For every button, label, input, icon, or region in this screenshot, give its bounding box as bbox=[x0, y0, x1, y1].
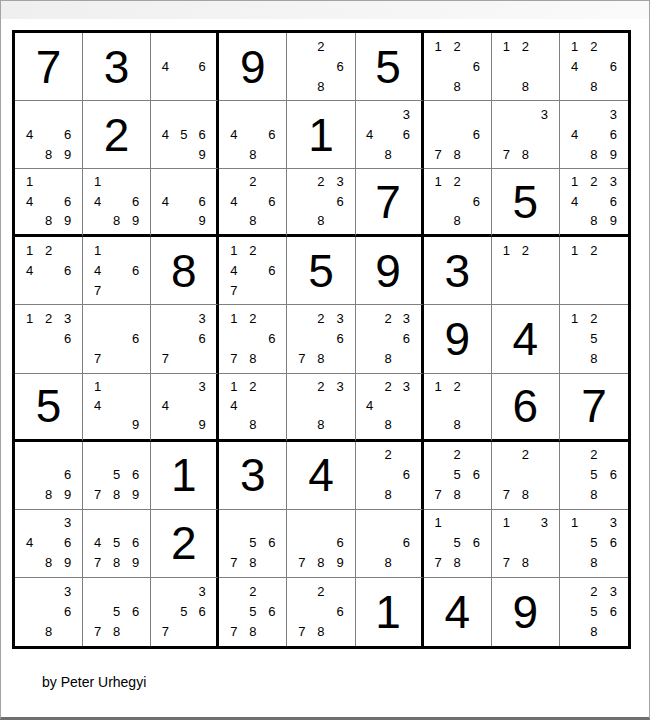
pencil-marks: 13568 bbox=[560, 510, 628, 577]
candidate-5: 5 bbox=[107, 465, 126, 485]
candidate-7 bbox=[361, 485, 379, 505]
candidate-5 bbox=[379, 533, 397, 553]
candidate-1 bbox=[361, 308, 379, 328]
candidate-7 bbox=[20, 553, 39, 573]
candidate-8: 8 bbox=[39, 553, 58, 573]
cell-r5c6[interactable]: 2368 bbox=[356, 305, 424, 373]
pencil-marks: 12678 bbox=[219, 305, 286, 372]
candidate-8 bbox=[175, 622, 193, 642]
pencil-marks: 34689 bbox=[15, 510, 82, 577]
cell-r8c1[interactable]: 34689 bbox=[15, 510, 83, 578]
candidate-8: 8 bbox=[516, 553, 535, 573]
candidate-4: 4 bbox=[20, 260, 39, 280]
cell-r5c8[interactable]: 4 bbox=[492, 305, 560, 373]
cell-r2c3[interactable]: 4569 bbox=[151, 101, 219, 169]
cell-r7c4[interactable]: 3 bbox=[219, 442, 287, 510]
candidate-5 bbox=[107, 192, 126, 211]
candidate-9 bbox=[262, 349, 281, 369]
candidate-6 bbox=[535, 124, 554, 144]
candidate-8: 8 bbox=[379, 144, 397, 164]
candidate-1: 1 bbox=[20, 308, 39, 328]
cell-r4c2[interactable]: 1467 bbox=[83, 237, 151, 305]
candidate-5 bbox=[39, 601, 58, 621]
candidate-1: 1 bbox=[88, 377, 107, 396]
candidate-3 bbox=[126, 581, 145, 601]
candidate-5 bbox=[516, 260, 535, 280]
cell-r1c2[interactable]: 3 bbox=[83, 33, 151, 101]
cell-r9c3[interactable]: 3567 bbox=[151, 578, 219, 646]
cell-r2c7[interactable]: 678 bbox=[424, 101, 492, 169]
candidate-2 bbox=[175, 36, 193, 56]
candidate-9 bbox=[604, 485, 623, 505]
candidate-9: 9 bbox=[193, 415, 211, 434]
candidate-1 bbox=[20, 445, 39, 465]
candidate-3: 3 bbox=[397, 377, 415, 396]
candidate-3 bbox=[535, 240, 554, 260]
cell-r5c3[interactable]: 367 bbox=[151, 305, 219, 373]
candidate-4 bbox=[429, 192, 448, 211]
candidate-2: 2 bbox=[516, 240, 535, 260]
candidate-1 bbox=[497, 445, 516, 465]
cell-r7c2[interactable]: 56789 bbox=[83, 442, 151, 510]
candidate-8 bbox=[175, 349, 193, 369]
candidate-3 bbox=[126, 377, 145, 396]
solved-digit: 1 bbox=[308, 112, 334, 158]
cell-r4c3[interactable]: 8 bbox=[151, 237, 219, 305]
pencil-marks: 1248 bbox=[219, 374, 286, 439]
cell-r8c3[interactable]: 2 bbox=[151, 510, 219, 578]
cell-r8c7[interactable]: 15678 bbox=[424, 510, 492, 578]
candidate-2: 2 bbox=[243, 240, 262, 260]
candidate-1 bbox=[361, 104, 379, 124]
cell-r9c2[interactable]: 5678 bbox=[83, 578, 151, 646]
candidate-9 bbox=[331, 415, 350, 434]
candidate-5: 5 bbox=[175, 601, 193, 621]
cell-r5c1[interactable]: 1236 bbox=[15, 305, 83, 373]
sudoku-page: 7346926851268128124684689245694681346867… bbox=[0, 0, 650, 720]
candidate-9 bbox=[58, 349, 77, 369]
candidate-4: 4 bbox=[88, 533, 107, 553]
cell-r3c6[interactable]: 7 bbox=[356, 169, 424, 237]
cell-r6c1[interactable]: 5 bbox=[15, 374, 83, 442]
cell-r1c6[interactable]: 5 bbox=[356, 33, 424, 101]
candidate-2: 2 bbox=[39, 240, 58, 260]
candidate-2 bbox=[107, 240, 126, 260]
cell-r3c1[interactable]: 14689 bbox=[15, 169, 83, 237]
pencil-marks: 12467 bbox=[219, 237, 286, 304]
cell-r7c7[interactable]: 25678 bbox=[424, 442, 492, 510]
cell-r9c7[interactable]: 4 bbox=[424, 578, 492, 646]
candidate-7: 7 bbox=[292, 553, 311, 573]
candidate-7 bbox=[429, 76, 448, 96]
candidate-8: 8 bbox=[107, 485, 126, 505]
cell-r7c1[interactable]: 689 bbox=[15, 442, 83, 510]
solved-digit: 5 bbox=[375, 44, 401, 90]
candidate-7: 7 bbox=[429, 485, 448, 505]
candidate-3 bbox=[467, 172, 486, 191]
candidate-4 bbox=[20, 328, 39, 348]
candidate-6: 6 bbox=[467, 465, 486, 485]
cell-r9c9[interactable]: 23568 bbox=[560, 578, 628, 646]
candidate-6 bbox=[535, 533, 554, 553]
candidate-9 bbox=[535, 280, 554, 300]
candidate-4: 4 bbox=[20, 124, 39, 144]
cell-r6c3[interactable]: 349 bbox=[151, 374, 219, 442]
cell-r3c2[interactable]: 14689 bbox=[83, 169, 151, 237]
candidate-5: 5 bbox=[584, 601, 603, 621]
candidate-1 bbox=[429, 104, 448, 124]
candidate-8: 8 bbox=[39, 211, 58, 230]
candidate-9 bbox=[604, 622, 623, 642]
candidate-1: 1 bbox=[565, 308, 584, 328]
pencil-marks: 1234689 bbox=[560, 169, 628, 234]
candidate-8: 8 bbox=[243, 144, 262, 164]
candidate-8: 8 bbox=[584, 622, 603, 642]
cell-r8c6[interactable]: 68 bbox=[356, 510, 424, 578]
cell-r9c8[interactable]: 9 bbox=[492, 578, 560, 646]
candidate-3 bbox=[331, 513, 350, 533]
candidate-8: 8 bbox=[311, 76, 330, 96]
cell-r1c7[interactable]: 1268 bbox=[424, 33, 492, 101]
candidate-8: 8 bbox=[39, 144, 58, 164]
cell-r4c6[interactable]: 9 bbox=[356, 237, 424, 305]
cell-r5c4[interactable]: 12678 bbox=[219, 305, 287, 373]
cell-r6c2[interactable]: 149 bbox=[83, 374, 151, 442]
cell-r2c6[interactable]: 3468 bbox=[356, 101, 424, 169]
candidate-4 bbox=[292, 533, 311, 553]
candidate-8: 8 bbox=[516, 76, 535, 96]
candidate-8: 8 bbox=[516, 144, 535, 164]
cell-r2c9[interactable]: 34689 bbox=[560, 101, 628, 169]
cell-r7c9[interactable]: 2568 bbox=[560, 442, 628, 510]
candidate-6: 6 bbox=[604, 465, 623, 485]
candidate-2: 2 bbox=[584, 581, 603, 601]
candidate-6: 6 bbox=[58, 465, 77, 485]
candidate-2: 2 bbox=[584, 445, 603, 465]
candidate-6: 6 bbox=[262, 533, 281, 553]
candidate-2 bbox=[584, 513, 603, 533]
candidate-5: 5 bbox=[584, 533, 603, 553]
candidate-3: 3 bbox=[397, 308, 415, 328]
cell-r7c5[interactable]: 4 bbox=[287, 442, 355, 510]
cell-r7c3[interactable]: 1 bbox=[151, 442, 219, 510]
candidate-6: 6 bbox=[58, 601, 77, 621]
candidate-4: 4 bbox=[156, 396, 174, 415]
candidate-3 bbox=[126, 513, 145, 533]
candidate-6: 6 bbox=[58, 533, 77, 553]
cell-r9c6[interactable]: 1 bbox=[356, 578, 424, 646]
candidate-5 bbox=[107, 260, 126, 280]
pencil-marks: 68 bbox=[356, 510, 421, 577]
candidate-9 bbox=[535, 553, 554, 573]
cell-r3c7[interactable]: 1268 bbox=[424, 169, 492, 237]
candidate-3 bbox=[397, 445, 415, 465]
candidate-9: 9 bbox=[126, 553, 145, 573]
candidate-1: 1 bbox=[224, 377, 243, 396]
candidate-2 bbox=[448, 513, 467, 533]
candidate-8: 8 bbox=[107, 622, 126, 642]
candidate-5: 5 bbox=[107, 601, 126, 621]
candidate-5 bbox=[39, 465, 58, 485]
cell-r6c4[interactable]: 1248 bbox=[219, 374, 287, 442]
cell-r8c2[interactable]: 456789 bbox=[83, 510, 151, 578]
pencil-marks: 23678 bbox=[287, 305, 354, 372]
candidate-7: 7 bbox=[429, 144, 448, 164]
candidate-6: 6 bbox=[604, 56, 623, 76]
candidate-7 bbox=[429, 415, 448, 434]
cell-r5c7[interactable]: 9 bbox=[424, 305, 492, 373]
candidate-3 bbox=[604, 36, 623, 56]
cell-r3c9[interactable]: 1234689 bbox=[560, 169, 628, 237]
candidate-3 bbox=[262, 377, 281, 396]
candidate-1: 1 bbox=[429, 377, 448, 396]
candidate-6: 6 bbox=[467, 533, 486, 553]
pencil-marks: 3567 bbox=[151, 578, 216, 646]
candidate-9 bbox=[467, 553, 486, 573]
cell-r3c3[interactable]: 469 bbox=[151, 169, 219, 237]
candidate-6: 6 bbox=[193, 56, 211, 76]
candidate-5 bbox=[379, 124, 397, 144]
candidate-8: 8 bbox=[379, 415, 397, 434]
candidate-1 bbox=[20, 513, 39, 533]
cell-r9c4[interactable]: 25678 bbox=[219, 578, 287, 646]
cell-r4c4[interactable]: 12467 bbox=[219, 237, 287, 305]
cell-r1c3[interactable]: 46 bbox=[151, 33, 219, 101]
cell-r8c9[interactable]: 13568 bbox=[560, 510, 628, 578]
candidate-8 bbox=[107, 280, 126, 300]
candidate-3: 3 bbox=[58, 513, 77, 533]
candidate-6: 6 bbox=[331, 601, 350, 621]
candidate-9 bbox=[604, 280, 623, 300]
pencil-marks: 12 bbox=[492, 237, 559, 304]
pencil-marks: 12468 bbox=[560, 33, 628, 100]
candidate-4: 4 bbox=[361, 396, 379, 415]
candidate-1 bbox=[497, 104, 516, 124]
candidate-4 bbox=[20, 465, 39, 485]
candidate-5 bbox=[584, 260, 603, 280]
candidate-1: 1 bbox=[429, 172, 448, 191]
pencil-marks: 3468 bbox=[356, 101, 421, 168]
solved-digit: 5 bbox=[513, 179, 539, 225]
cell-r3c4[interactable]: 2468 bbox=[219, 169, 287, 237]
candidate-2 bbox=[516, 513, 535, 533]
candidate-9 bbox=[397, 415, 415, 434]
candidate-4: 4 bbox=[361, 124, 379, 144]
cell-r7c6[interactable]: 268 bbox=[356, 442, 424, 510]
candidate-9 bbox=[58, 622, 77, 642]
solved-digit: 7 bbox=[375, 179, 401, 225]
cell-r5c9[interactable]: 1258 bbox=[560, 305, 628, 373]
pencil-marks: 368 bbox=[15, 578, 82, 646]
candidate-3 bbox=[467, 36, 486, 56]
candidate-5 bbox=[311, 533, 330, 553]
candidate-9 bbox=[535, 485, 554, 505]
candidate-2: 2 bbox=[516, 36, 535, 56]
candidate-1 bbox=[156, 377, 174, 396]
candidate-8: 8 bbox=[107, 211, 126, 230]
candidate-2: 2 bbox=[584, 240, 603, 260]
candidate-7: 7 bbox=[156, 622, 174, 642]
candidate-7 bbox=[20, 144, 39, 164]
cell-r3c8[interactable]: 5 bbox=[492, 169, 560, 237]
cell-r1c8[interactable]: 128 bbox=[492, 33, 560, 101]
candidate-5: 5 bbox=[448, 465, 467, 485]
candidate-5 bbox=[39, 192, 58, 211]
pencil-marks: 14689 bbox=[83, 169, 150, 234]
candidate-1: 1 bbox=[20, 172, 39, 191]
candidate-3 bbox=[467, 104, 486, 124]
pencil-marks: 349 bbox=[151, 374, 216, 439]
candidate-5 bbox=[39, 533, 58, 553]
candidate-3: 3 bbox=[193, 581, 211, 601]
cell-r4c9[interactable]: 12 bbox=[560, 237, 628, 305]
candidate-9 bbox=[397, 144, 415, 164]
cell-r8c4[interactable]: 5678 bbox=[219, 510, 287, 578]
candidate-9 bbox=[193, 349, 211, 369]
candidate-4 bbox=[361, 533, 379, 553]
pencil-marks: 2368 bbox=[356, 305, 421, 372]
pencil-marks: 5678 bbox=[219, 510, 286, 577]
candidate-2 bbox=[107, 513, 126, 533]
candidate-4 bbox=[565, 328, 584, 348]
pencil-marks: 268 bbox=[356, 442, 421, 509]
cell-r3c5[interactable]: 2368 bbox=[287, 169, 355, 237]
cell-r2c5[interactable]: 1 bbox=[287, 101, 355, 169]
candidate-1 bbox=[224, 581, 243, 601]
candidate-6: 6 bbox=[331, 192, 350, 211]
candidate-1: 1 bbox=[20, 240, 39, 260]
candidate-6 bbox=[604, 260, 623, 280]
candidate-1 bbox=[224, 172, 243, 191]
candidate-3: 3 bbox=[193, 308, 211, 328]
candidate-4 bbox=[429, 56, 448, 76]
pencil-marks: 23568 bbox=[560, 578, 628, 646]
candidate-3: 3 bbox=[331, 172, 350, 191]
candidate-8: 8 bbox=[584, 349, 603, 369]
pencil-marks: 469 bbox=[151, 169, 216, 234]
candidate-3 bbox=[604, 445, 623, 465]
candidate-8 bbox=[516, 280, 535, 300]
candidate-3: 3 bbox=[397, 104, 415, 124]
candidate-7: 7 bbox=[88, 553, 107, 573]
candidate-3 bbox=[467, 445, 486, 465]
cell-r2c8[interactable]: 378 bbox=[492, 101, 560, 169]
candidate-6: 6 bbox=[58, 192, 77, 211]
pencil-marks: 67 bbox=[83, 305, 150, 372]
candidate-1 bbox=[292, 308, 311, 328]
cell-r6c5[interactable]: 238 bbox=[287, 374, 355, 442]
candidate-1 bbox=[565, 104, 584, 124]
candidate-2: 2 bbox=[379, 308, 397, 328]
cell-r6c9[interactable]: 7 bbox=[560, 374, 628, 442]
candidate-1 bbox=[565, 581, 584, 601]
candidate-5: 5 bbox=[243, 601, 262, 621]
candidate-7: 7 bbox=[224, 622, 243, 642]
candidate-2 bbox=[39, 513, 58, 533]
candidate-6 bbox=[535, 56, 554, 76]
solved-digit: 3 bbox=[444, 248, 470, 294]
candidate-4: 4 bbox=[224, 192, 243, 211]
candidate-9 bbox=[262, 144, 281, 164]
candidate-1 bbox=[156, 104, 174, 124]
candidate-4 bbox=[156, 601, 174, 621]
solved-digit: 6 bbox=[513, 383, 539, 429]
candidate-6: 6 bbox=[126, 601, 145, 621]
cell-r7c8[interactable]: 278 bbox=[492, 442, 560, 510]
candidate-7 bbox=[565, 553, 584, 573]
candidate-1: 1 bbox=[565, 36, 584, 56]
candidate-8: 8 bbox=[448, 485, 467, 505]
cell-r5c5[interactable]: 23678 bbox=[287, 305, 355, 373]
candidate-8 bbox=[175, 211, 193, 230]
candidate-2: 2 bbox=[448, 172, 467, 191]
solved-digit: 9 bbox=[240, 44, 266, 90]
pencil-marks: 34689 bbox=[560, 101, 628, 168]
cell-r1c5[interactable]: 268 bbox=[287, 33, 355, 101]
cell-r8c5[interactable]: 6789 bbox=[287, 510, 355, 578]
candidate-2: 2 bbox=[39, 308, 58, 328]
candidate-6: 6 bbox=[262, 192, 281, 211]
candidate-5 bbox=[311, 396, 330, 415]
solved-digit: 4 bbox=[513, 316, 539, 362]
cell-r1c4[interactable]: 9 bbox=[219, 33, 287, 101]
candidate-7 bbox=[224, 415, 243, 434]
cell-r9c1[interactable]: 368 bbox=[15, 578, 83, 646]
candidate-4: 4 bbox=[156, 192, 174, 211]
cell-r6c6[interactable]: 2348 bbox=[356, 374, 424, 442]
candidate-1 bbox=[88, 581, 107, 601]
candidate-2: 2 bbox=[243, 377, 262, 396]
candidate-5 bbox=[448, 56, 467, 76]
candidate-7 bbox=[292, 211, 311, 230]
cell-r9c5[interactable]: 2678 bbox=[287, 578, 355, 646]
cell-r6c7[interactable]: 128 bbox=[424, 374, 492, 442]
cell-r1c1[interactable]: 7 bbox=[15, 33, 83, 101]
candidate-7 bbox=[565, 349, 584, 369]
candidate-8 bbox=[175, 144, 193, 164]
candidate-6: 6 bbox=[58, 260, 77, 280]
cell-r2c4[interactable]: 468 bbox=[219, 101, 287, 169]
solved-digit: 4 bbox=[308, 452, 334, 498]
cell-r4c5[interactable]: 5 bbox=[287, 237, 355, 305]
candidate-1: 1 bbox=[497, 36, 516, 56]
candidate-3: 3 bbox=[604, 172, 623, 191]
cell-r2c1[interactable]: 4689 bbox=[15, 101, 83, 169]
candidate-6: 6 bbox=[262, 328, 281, 348]
candidate-6: 6 bbox=[331, 56, 350, 76]
candidate-6 bbox=[604, 328, 623, 348]
pencil-marks: 456789 bbox=[83, 510, 150, 577]
candidate-4: 4 bbox=[156, 56, 174, 76]
cell-r8c8[interactable]: 1378 bbox=[492, 510, 560, 578]
candidate-7: 7 bbox=[224, 280, 243, 300]
cell-r4c7[interactable]: 3 bbox=[424, 237, 492, 305]
candidate-8: 8 bbox=[379, 485, 397, 505]
top-strip bbox=[1, 1, 649, 19]
cell-r4c8[interactable]: 12 bbox=[492, 237, 560, 305]
pencil-marks: 1378 bbox=[492, 510, 559, 577]
cell-r2c2[interactable]: 2 bbox=[83, 101, 151, 169]
cell-r4c1[interactable]: 1246 bbox=[15, 237, 83, 305]
candidate-2 bbox=[175, 172, 193, 191]
cell-r1c9[interactable]: 12468 bbox=[560, 33, 628, 101]
candidate-7 bbox=[156, 415, 174, 434]
candidate-8: 8 bbox=[584, 553, 603, 573]
candidate-3: 3 bbox=[604, 104, 623, 124]
candidate-2: 2 bbox=[448, 36, 467, 56]
cell-r6c8[interactable]: 6 bbox=[492, 374, 560, 442]
cell-r5c2[interactable]: 67 bbox=[83, 305, 151, 373]
